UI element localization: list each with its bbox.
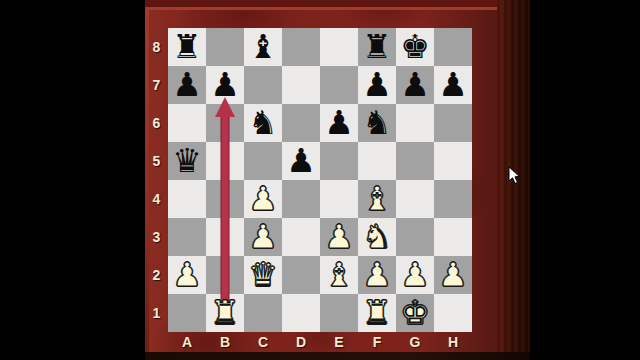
square-e7[interactable] [320, 66, 358, 104]
rank-label-7: 7 [145, 66, 168, 104]
square-f6[interactable]: ♞ [358, 104, 396, 142]
rank-label-4: 4 [145, 180, 168, 218]
file-label-c: C [244, 333, 282, 352]
square-d1[interactable] [282, 294, 320, 332]
white-bishop-f4: ♝ [362, 180, 392, 218]
white-rook-b1: ♜ [210, 294, 240, 332]
square-a7[interactable]: ♟ [168, 66, 206, 104]
square-c2[interactable]: ♛ [244, 256, 282, 294]
square-c8[interactable]: ♝ [244, 28, 282, 66]
file-labels: ABCDEFGH [168, 333, 472, 352]
square-d7[interactable] [282, 66, 320, 104]
square-d4[interactable] [282, 180, 320, 218]
square-c6[interactable]: ♞ [244, 104, 282, 142]
white-bishop-e2: ♝ [324, 256, 354, 294]
square-b2[interactable] [206, 256, 244, 294]
white-pawn-a2: ♟ [172, 256, 202, 294]
rank-label-6: 6 [145, 104, 168, 142]
black-pawn-e6: ♟ [324, 104, 354, 142]
square-a2[interactable]: ♟ [168, 256, 206, 294]
frame-bottom-edge [145, 352, 530, 360]
file-label-e: E [320, 333, 358, 352]
square-h1[interactable] [434, 294, 472, 332]
square-f2[interactable]: ♟ [358, 256, 396, 294]
square-g8[interactable]: ♚ [396, 28, 434, 66]
square-c7[interactable] [244, 66, 282, 104]
file-label-a: A [168, 333, 206, 352]
rank-label-1: 1 [145, 294, 168, 332]
square-e2[interactable]: ♝ [320, 256, 358, 294]
square-e3[interactable]: ♟ [320, 218, 358, 256]
square-a4[interactable] [168, 180, 206, 218]
square-e1[interactable] [320, 294, 358, 332]
square-b4[interactable] [206, 180, 244, 218]
square-c3[interactable]: ♟ [244, 218, 282, 256]
square-f3[interactable]: ♞ [358, 218, 396, 256]
square-g5[interactable] [396, 142, 434, 180]
black-queen-a5: ♛ [172, 142, 202, 180]
square-b6[interactable] [206, 104, 244, 142]
square-a6[interactable] [168, 104, 206, 142]
white-queen-c2: ♛ [248, 256, 278, 294]
white-pawn-e3: ♟ [324, 218, 354, 256]
rank-label-3: 3 [145, 218, 168, 256]
white-rook-f1: ♜ [362, 294, 392, 332]
frame-top-bevel [145, 7, 497, 10]
black-rook-a8: ♜ [172, 28, 202, 66]
file-label-d: D [282, 333, 320, 352]
white-pawn-h2: ♟ [438, 256, 468, 294]
square-c4[interactable]: ♟ [244, 180, 282, 218]
square-d8[interactable] [282, 28, 320, 66]
black-rook-f8: ♜ [362, 28, 392, 66]
square-f8[interactable]: ♜ [358, 28, 396, 66]
rank-label-5: 5 [145, 142, 168, 180]
frame-right-side-panel [497, 0, 530, 357]
black-knight-f6: ♞ [362, 104, 392, 142]
square-b1[interactable]: ♜ [206, 294, 244, 332]
square-h6[interactable] [434, 104, 472, 142]
square-a1[interactable] [168, 294, 206, 332]
square-h4[interactable] [434, 180, 472, 218]
square-g4[interactable] [396, 180, 434, 218]
file-label-b: B [206, 333, 244, 352]
black-pawn-b7: ♟ [210, 66, 240, 104]
square-b8[interactable] [206, 28, 244, 66]
square-e8[interactable] [320, 28, 358, 66]
square-g2[interactable]: ♟ [396, 256, 434, 294]
square-b5[interactable] [206, 142, 244, 180]
square-h3[interactable] [434, 218, 472, 256]
file-label-g: G [396, 333, 434, 352]
square-h8[interactable] [434, 28, 472, 66]
black-pawn-g7: ♟ [400, 66, 430, 104]
square-e5[interactable] [320, 142, 358, 180]
white-knight-f3: ♞ [362, 218, 392, 256]
black-pawn-d5: ♟ [286, 142, 316, 180]
square-f1[interactable]: ♜ [358, 294, 396, 332]
square-d6[interactable] [282, 104, 320, 142]
square-h7[interactable]: ♟ [434, 66, 472, 104]
white-pawn-f2: ♟ [362, 256, 392, 294]
chess-video-frame: 87654321 ♜♝♜♚♟♟♟♟♟♞♟♞♛♟♟♝♟♟♞♟♛♝♟♟♟♜♜♚ AB… [0, 0, 640, 360]
square-h2[interactable]: ♟ [434, 256, 472, 294]
square-f5[interactable] [358, 142, 396, 180]
white-pawn-c4: ♟ [248, 180, 278, 218]
board[interactable]: ♜♝♜♚♟♟♟♟♟♞♟♞♛♟♟♝♟♟♞♟♛♝♟♟♟♜♜♚ [168, 28, 472, 332]
square-h5[interactable] [434, 142, 472, 180]
square-g1[interactable]: ♚ [396, 294, 434, 332]
square-d5[interactable]: ♟ [282, 142, 320, 180]
rank-label-8: 8 [145, 28, 168, 66]
square-a3[interactable] [168, 218, 206, 256]
square-e4[interactable] [320, 180, 358, 218]
square-e6[interactable]: ♟ [320, 104, 358, 142]
white-pawn-c3: ♟ [248, 218, 278, 256]
white-king-g1: ♚ [400, 294, 430, 332]
square-g7[interactable]: ♟ [396, 66, 434, 104]
black-bishop-c8: ♝ [248, 28, 278, 66]
square-c1[interactable] [244, 294, 282, 332]
file-label-f: F [358, 333, 396, 352]
square-d3[interactable] [282, 218, 320, 256]
square-f7[interactable]: ♟ [358, 66, 396, 104]
rank-labels: 87654321 [145, 28, 168, 332]
white-pawn-g2: ♟ [400, 256, 430, 294]
black-pawn-a7: ♟ [172, 66, 202, 104]
square-a8[interactable]: ♜ [168, 28, 206, 66]
square-g6[interactable] [396, 104, 434, 142]
file-label-h: H [434, 333, 472, 352]
rank-label-2: 2 [145, 256, 168, 294]
square-b7[interactable]: ♟ [206, 66, 244, 104]
frame-top-band [145, 0, 497, 7]
square-c5[interactable] [244, 142, 282, 180]
square-b3[interactable] [206, 218, 244, 256]
black-pawn-h7: ♟ [438, 66, 468, 104]
black-knight-c6: ♞ [248, 104, 278, 142]
square-a5[interactable]: ♛ [168, 142, 206, 180]
black-pawn-f7: ♟ [362, 66, 392, 104]
square-d2[interactable] [282, 256, 320, 294]
square-g3[interactable] [396, 218, 434, 256]
square-f4[interactable]: ♝ [358, 180, 396, 218]
black-king-g8: ♚ [400, 28, 430, 66]
